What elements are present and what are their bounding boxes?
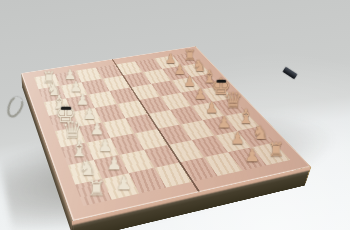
king-band-mark (216, 79, 226, 82)
king-band-mark (61, 106, 71, 109)
piece-white-pawn-c2[interactable]: ♟ (98, 138, 113, 155)
piece-black-pawn-c7[interactable]: ♟ (217, 115, 231, 131)
piece-white-rook-a1[interactable]: ♜ (87, 178, 106, 199)
chess-board: ♜♟♟♜♞♟♟♞♝♟♟♝♚♟♟♚♛♟♟♛♝♟♟♝♞♟♟♞♜♟♟♜ (21, 46, 310, 220)
piece-black-pawn-b7[interactable]: ♟ (230, 131, 245, 147)
piece-black-rook-a8[interactable]: ♜ (267, 140, 284, 159)
piece-white-pawn-b2[interactable]: ♟ (106, 155, 122, 172)
piece-white-pawn-a2[interactable]: ♟ (116, 175, 132, 193)
scene: ♜♟♟♜♞♟♟♞♝♟♟♝♚♟♟♚♛♟♟♛♝♟♟♝♞♟♟♞♜♟♟♜ (0, 0, 350, 230)
piece-black-pawn-a7[interactable]: ♟ (245, 148, 260, 165)
